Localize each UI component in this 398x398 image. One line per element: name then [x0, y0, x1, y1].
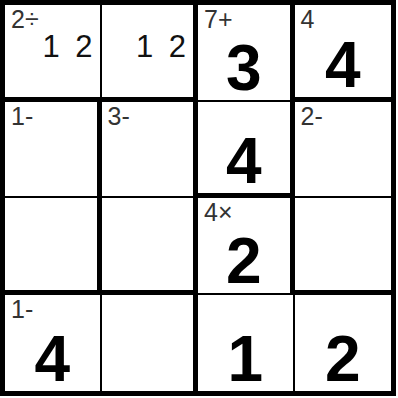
cage-clue: 1-	[11, 102, 33, 131]
cell-value: 3	[198, 36, 290, 100]
pencil-marks: 1 2	[42, 31, 92, 62]
cell-value: 2	[295, 327, 392, 391]
cell-r1c0[interactable]: 1-	[5, 102, 102, 199]
pencil-marks: 1 2	[136, 31, 186, 62]
cell-r3c3[interactable]: 2	[295, 295, 392, 392]
cage-clue: 3-	[108, 102, 130, 131]
cell-value: 2	[198, 229, 290, 293]
cell-value: 4	[5, 327, 100, 391]
cage-clue: 7+	[204, 5, 233, 34]
cage-clue: 4	[301, 5, 315, 34]
cell-r3c1[interactable]	[102, 295, 199, 392]
cell-r0c1[interactable]: 1 2	[102, 5, 199, 102]
cell-r0c2[interactable]: 7+ 3	[198, 5, 295, 102]
cage-clue: 2÷	[11, 5, 39, 34]
kenken-grid: 2÷ 1 2 1 2 7+ 3 4 4 1- 3-	[0, 0, 396, 396]
cage-clue: 1-	[11, 295, 33, 324]
cell-r1c1[interactable]: 3-	[102, 102, 199, 199]
cell-r3c0[interactable]: 1- 4	[5, 295, 102, 392]
cell-r3c2[interactable]: 1	[198, 295, 295, 392]
cell-r0c0[interactable]: 2÷ 1 2	[5, 5, 102, 102]
cell-value: 4	[198, 129, 290, 193]
cell-r2c1[interactable]	[102, 198, 199, 295]
cell-r1c2[interactable]: 4	[198, 102, 295, 199]
kenken-board-wrapper: 2÷ 1 2 1 2 7+ 3 4 4 1- 3-	[0, 0, 398, 398]
cell-r2c0[interactable]	[5, 198, 102, 295]
cage-clue: 2-	[301, 102, 323, 131]
cage-clue: 4×	[204, 198, 233, 227]
cell-r0c3[interactable]: 4 4	[295, 5, 392, 102]
cell-value: 4	[295, 33, 392, 97]
cell-r2c3[interactable]	[295, 198, 392, 295]
cell-r2c2[interactable]: 4× 2	[198, 198, 295, 295]
cell-r1c3[interactable]: 2-	[295, 102, 392, 199]
cell-value: 1	[198, 327, 293, 391]
